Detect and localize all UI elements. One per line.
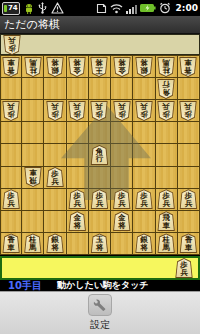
board-cell-r3c5[interactable]: 歩兵 <box>89 100 111 122</box>
board-cell-r2c8[interactable]: 角行 <box>156 78 178 100</box>
board-cell-r6c7[interactable] <box>133 167 155 189</box>
board-cell-r8c6[interactable]: 金将 <box>111 211 133 233</box>
board-cell-r5c1[interactable] <box>0 144 22 166</box>
piece-kanji: 車 <box>162 222 170 230</box>
status-bar-right: 2:00 <box>96 2 200 14</box>
piece-kanji: 兵 <box>74 200 82 208</box>
board-cell-r5c3[interactable] <box>44 144 66 166</box>
shogi-piece-歩兵-gote[interactable]: 歩兵 <box>135 101 153 121</box>
shogi-board[interactable]: 香車桂馬銀将金将王将金将銀将桂馬香車角行歩兵歩兵歩兵歩兵歩兵歩兵歩兵歩兵角行飛車… <box>0 55 200 255</box>
board-cell-r7c6[interactable]: 歩兵 <box>111 189 133 211</box>
board-cell-r2c4[interactable] <box>67 78 89 100</box>
piece-face: 歩兵 <box>91 102 107 120</box>
piece-face: 角行 <box>91 146 107 164</box>
piece-face: 桂馬 <box>25 234 41 252</box>
piece-kanji: 行 <box>162 81 170 89</box>
signal-icon <box>126 3 137 14</box>
board-cell-r5c5[interactable]: 角行 <box>89 144 111 166</box>
piece-kanji: 将 <box>74 59 82 67</box>
shogi-piece-玉将-sente[interactable]: 玉将 <box>90 233 108 253</box>
piece-kanji: 金 <box>74 66 82 74</box>
piece-kanji: 将 <box>74 222 82 230</box>
piece-kanji: 将 <box>96 59 104 67</box>
warning-icon <box>51 2 64 14</box>
board-cell-r4c1[interactable] <box>0 122 22 144</box>
shogi-piece-歩兵-gote[interactable]: 歩兵 <box>46 101 64 121</box>
board-cell-r1c4[interactable]: 金将 <box>67 56 89 78</box>
piece-kanji: 歩 <box>8 44 16 52</box>
board-cell-r2c7[interactable] <box>133 78 155 100</box>
board-cell-r7c5[interactable]: 歩兵 <box>89 189 111 211</box>
piece-face: 歩兵 <box>114 190 130 208</box>
shogi-piece-歩兵-sente[interactable]: 歩兵 <box>175 258 193 278</box>
piece-face: 銀将 <box>136 58 152 76</box>
piece-kanji: 馬 <box>29 244 37 252</box>
piece-kanji: 香 <box>185 66 193 74</box>
piece-kanji: 歩 <box>140 110 148 118</box>
settings-button[interactable]: 設定 <box>88 294 112 332</box>
board-cell-r1c9[interactable]: 香車 <box>178 56 200 78</box>
shogi-piece-歩兵-sente[interactable]: 歩兵 <box>157 189 175 209</box>
board-cell-r7c7[interactable]: 歩兵 <box>133 189 155 211</box>
piece-kanji: 歩 <box>74 110 82 118</box>
gote-captured-tray[interactable]: 歩兵 <box>0 34 200 55</box>
board-cell-r5c4[interactable] <box>67 144 89 166</box>
status-bar: 74 <box>0 0 200 16</box>
piece-face: 歩兵 <box>136 102 152 120</box>
piece-kanji: 歩 <box>185 110 193 118</box>
board-cell-r2c5[interactable] <box>89 78 111 100</box>
piece-kanji: 兵 <box>162 200 170 208</box>
board-cell-r5c6[interactable] <box>111 144 133 166</box>
piece-face: 金将 <box>114 212 130 230</box>
board-cell-r8c8[interactable]: 飛車 <box>156 211 178 233</box>
clock-text: 2:00 <box>176 3 198 13</box>
piece-face: 歩兵 <box>180 102 196 120</box>
piece-kanji: 将 <box>140 59 148 67</box>
alarm-icon <box>159 2 171 14</box>
piece-kanji: 将 <box>118 222 126 230</box>
shogi-piece-香車-gote[interactable]: 香車 <box>179 57 197 77</box>
board-cell-r9c6[interactable] <box>111 233 133 255</box>
board-cell-r7c3[interactable] <box>44 189 66 211</box>
piece-kanji: 将 <box>51 59 59 67</box>
board-cell-r6c3[interactable]: 歩兵 <box>44 167 66 189</box>
shogi-piece-香車-sente[interactable]: 香車 <box>179 233 197 253</box>
piece-face: 歩兵 <box>136 190 152 208</box>
shogi-piece-歩兵-gote[interactable]: 歩兵 <box>68 101 86 121</box>
board-cell-r9c4[interactable] <box>67 233 89 255</box>
board-cell-r1c8[interactable]: 桂馬 <box>156 56 178 78</box>
piece-kanji: 兵 <box>8 37 16 45</box>
board-cell-r3c4[interactable]: 歩兵 <box>67 100 89 122</box>
message-bar: 10手目 動かしたい駒をタッチ <box>0 280 200 291</box>
shogi-piece-金将-gote[interactable]: 金将 <box>68 57 86 77</box>
piece-face: 飛車 <box>158 212 174 230</box>
piece-kanji: 兵 <box>51 103 59 111</box>
board-cell-r9c1[interactable]: 香車 <box>0 233 22 255</box>
shogi-piece-銀将-sente[interactable]: 銀将 <box>135 233 153 253</box>
piece-kanji: 兵 <box>140 200 148 208</box>
piece-face: 歩兵 <box>3 190 19 208</box>
shogi-piece-銀将-sente[interactable]: 銀将 <box>46 233 64 253</box>
piece-kanji: 桂 <box>29 66 37 74</box>
piece-kanji: 車 <box>7 59 15 67</box>
shogi-piece-桂馬-gote[interactable]: 桂馬 <box>157 57 175 77</box>
shogi-piece-金将-gote[interactable]: 金将 <box>113 57 131 77</box>
piece-face: 歩兵 <box>91 190 107 208</box>
shogi-piece-歩兵-sente[interactable]: 歩兵 <box>135 189 153 209</box>
piece-face: 香車 <box>180 234 196 252</box>
notification-icon <box>96 3 107 14</box>
wrench-icon <box>88 294 112 316</box>
board-cell-r6c6[interactable] <box>111 167 133 189</box>
shogi-piece-歩兵-sente[interactable]: 歩兵 <box>68 189 86 209</box>
board-cell-r4c8[interactable] <box>156 122 178 144</box>
piece-kanji: 香 <box>7 66 15 74</box>
battery-level-widget: 74 <box>2 2 20 15</box>
piece-kanji: 兵 <box>118 103 126 111</box>
title-bar: ただの将棋 <box>0 16 200 34</box>
piece-kanji: 兵 <box>185 200 193 208</box>
piece-face: 角行 <box>158 80 174 98</box>
board-cell-r6c1[interactable] <box>0 167 22 189</box>
piece-face: 歩兵 <box>69 190 85 208</box>
piece-kanji: 馬 <box>162 244 170 252</box>
board-cell-r3c1[interactable]: 歩兵 <box>0 100 22 122</box>
board-cell-r1c1[interactable]: 香車 <box>0 56 22 78</box>
piece-kanji: 車 <box>185 244 193 252</box>
board-cell-r8c5[interactable] <box>89 211 111 233</box>
shogi-piece-銀将-gote[interactable]: 銀将 <box>135 57 153 77</box>
move-prompt: 動かしたい駒をタッチ <box>57 280 149 291</box>
shogi-piece-金将-sente[interactable]: 金将 <box>113 211 131 231</box>
piece-kanji: 車 <box>7 244 15 252</box>
board-cell-r8c4[interactable]: 金将 <box>67 211 89 233</box>
piece-kanji: 行 <box>96 155 104 163</box>
board-cell-r4c4[interactable] <box>67 122 89 144</box>
board-cell-r6c4[interactable] <box>67 167 89 189</box>
board-cell-r9c5[interactable]: 玉将 <box>89 233 111 255</box>
piece-face: 桂馬 <box>158 58 174 76</box>
shogi-piece-金将-sente[interactable]: 金将 <box>68 211 86 231</box>
piece-kanji: 馬 <box>162 59 170 67</box>
shogi-piece-香車-sente[interactable]: 香車 <box>2 233 20 253</box>
piece-kanji: 銀 <box>140 66 148 74</box>
piece-face: 歩兵 <box>180 190 196 208</box>
board-cell-r1c3[interactable]: 銀将 <box>44 56 66 78</box>
battery-percent-text: 74 <box>8 5 18 12</box>
piece-kanji: 桂 <box>162 66 170 74</box>
board-cell-r8c9[interactable] <box>178 211 200 233</box>
board-cell-r7c4[interactable]: 歩兵 <box>67 189 89 211</box>
board-cell-r5c2[interactable] <box>22 144 44 166</box>
board-cell-r4c2[interactable] <box>22 122 44 144</box>
phone-screen: 74 <box>0 0 200 334</box>
shogi-piece-桂馬-sente[interactable]: 桂馬 <box>157 233 175 253</box>
board-cell-r1c2[interactable]: 桂馬 <box>22 56 44 78</box>
board-cell-r1c6[interactable]: 金将 <box>111 56 133 78</box>
board-cell-r8c7[interactable] <box>133 211 155 233</box>
shogi-piece-飛車-sente[interactable]: 飛車 <box>157 211 175 231</box>
board-cell-r2c1[interactable] <box>0 78 22 100</box>
piece-face: 歩兵 <box>3 102 19 120</box>
wifi-icon <box>110 3 123 14</box>
piece-face: 香車 <box>180 58 196 76</box>
piece-face: 銀将 <box>136 234 152 252</box>
board-cell-r2c9[interactable] <box>178 78 200 100</box>
piece-kanji: 王 <box>96 66 104 74</box>
board-cell-r4c9[interactable] <box>178 122 200 144</box>
board-cell-r3c7[interactable]: 歩兵 <box>133 100 155 122</box>
board-cell-r6c5[interactable] <box>89 167 111 189</box>
piece-kanji: 金 <box>118 66 126 74</box>
board-cell-r9c7[interactable]: 銀将 <box>133 233 155 255</box>
piece-kanji: 兵 <box>140 103 148 111</box>
board-cell-r7c1[interactable]: 歩兵 <box>0 189 22 211</box>
piece-face: 銀将 <box>47 234 63 252</box>
piece-face: 歩兵 <box>158 102 174 120</box>
piece-kanji: 兵 <box>51 178 59 186</box>
board-cell-r5c7[interactable] <box>133 144 155 166</box>
bottom-toolbar: 設定 <box>0 291 200 334</box>
piece-face: 飛車 <box>25 168 41 186</box>
board-cell-r3c6[interactable]: 歩兵 <box>111 100 133 122</box>
shogi-piece-歩兵-sente[interactable]: 歩兵 <box>113 189 131 209</box>
piece-kanji: 兵 <box>118 200 126 208</box>
piece-kanji: 角 <box>162 88 170 96</box>
board-cell-r7c8[interactable]: 歩兵 <box>156 189 178 211</box>
piece-face: 桂馬 <box>158 234 174 252</box>
board-cell-r6c2[interactable]: 飛車 <box>22 167 44 189</box>
piece-kanji: 兵 <box>96 200 104 208</box>
board-cell-r4c3[interactable] <box>44 122 66 144</box>
piece-face: 歩兵 <box>4 36 20 54</box>
sente-captured-tray[interactable]: 歩兵 <box>0 256 200 280</box>
piece-face: 歩兵 <box>158 190 174 208</box>
app-title: ただの将棋 <box>0 17 60 32</box>
board-cell-r9c3[interactable]: 銀将 <box>44 233 66 255</box>
piece-face: 香車 <box>3 234 19 252</box>
shogi-piece-歩兵-sente[interactable]: 歩兵 <box>2 189 20 209</box>
piece-kanji: 車 <box>29 169 37 177</box>
shogi-piece-歩兵-sente[interactable]: 歩兵 <box>179 189 197 209</box>
shogi-piece-角行-gote[interactable]: 角行 <box>157 79 175 99</box>
piece-kanji: 兵 <box>74 103 82 111</box>
piece-kanji: 兵 <box>162 103 170 111</box>
move-counter: 10手目 <box>8 280 42 291</box>
piece-kanji: 歩 <box>96 110 104 118</box>
piece-face: 金将 <box>69 58 85 76</box>
board-cell-r9c2[interactable]: 桂馬 <box>22 233 44 255</box>
piece-face: 香車 <box>3 58 19 76</box>
board-cell-r3c2[interactable] <box>22 100 44 122</box>
piece-kanji: 歩 <box>51 110 59 118</box>
piece-kanji: 将 <box>96 244 104 252</box>
shogi-piece-香車-gote[interactable]: 香車 <box>2 57 20 77</box>
piece-face: 金将 <box>69 212 85 230</box>
piece-face: 歩兵 <box>176 259 192 277</box>
android-icon <box>24 3 34 14</box>
board-cell-r5c8[interactable] <box>156 144 178 166</box>
board-cell-r4c6[interactable] <box>111 122 133 144</box>
piece-kanji: 兵 <box>7 200 15 208</box>
board-cell-r3c9[interactable]: 歩兵 <box>178 100 200 122</box>
piece-kanji: 銀 <box>51 66 59 74</box>
board-cell-r8c2[interactable] <box>22 211 44 233</box>
piece-kanji: 兵 <box>185 103 193 111</box>
shogi-piece-歩兵-sente[interactable]: 歩兵 <box>90 189 108 209</box>
piece-face: 歩兵 <box>69 102 85 120</box>
board-cell-r9c8[interactable]: 桂馬 <box>156 233 178 255</box>
board-cell-r8c1[interactable] <box>0 211 22 233</box>
shogi-piece-飛車-gote[interactable]: 飛車 <box>24 167 42 187</box>
board-cell-r1c5[interactable]: 王将 <box>89 56 111 78</box>
piece-kanji: 飛 <box>29 177 37 185</box>
piece-face: 王将 <box>91 58 107 76</box>
piece-kanji: 兵 <box>7 103 15 111</box>
board-cell-r9c9[interactable]: 香車 <box>178 233 200 255</box>
piece-kanji: 歩 <box>7 110 15 118</box>
piece-kanji: 将 <box>140 244 148 252</box>
shogi-piece-歩兵-gote[interactable]: 歩兵 <box>90 101 108 121</box>
piece-face: 金将 <box>114 58 130 76</box>
battery-icon <box>140 3 156 13</box>
shogi-piece-歩兵-gote[interactable]: 歩兵 <box>2 101 20 121</box>
usb-icon <box>38 2 47 14</box>
board-cell-r3c8[interactable]: 歩兵 <box>156 100 178 122</box>
board-cell-r2c2[interactable] <box>22 78 44 100</box>
piece-kanji: 車 <box>185 59 193 67</box>
piece-kanji: 兵 <box>180 269 188 277</box>
shogi-piece-桂馬-gote[interactable]: 桂馬 <box>24 57 42 77</box>
shogi-piece-桂馬-sente[interactable]: 桂馬 <box>24 233 42 253</box>
board-cell-r7c9[interactable]: 歩兵 <box>178 189 200 211</box>
piece-kanji: 歩 <box>118 110 126 118</box>
settings-label: 設定 <box>90 318 110 332</box>
board-cell-r4c5[interactable] <box>89 122 111 144</box>
board-cell-r7c2[interactable] <box>22 189 44 211</box>
board-cell-r2c6[interactable] <box>111 78 133 100</box>
piece-face: 玉将 <box>91 234 107 252</box>
shogi-piece-歩兵-gote[interactable]: 歩兵 <box>3 35 21 55</box>
piece-face: 歩兵 <box>47 168 63 186</box>
piece-face: 銀将 <box>47 58 63 76</box>
board-cell-r1c7[interactable]: 銀将 <box>133 56 155 78</box>
status-bar-left: 74 <box>0 2 64 15</box>
shogi-piece-歩兵-sente[interactable]: 歩兵 <box>46 167 64 187</box>
piece-kanji: 歩 <box>162 110 170 118</box>
board-cell-r6c8[interactable] <box>156 167 178 189</box>
board-cell-r2c3[interactable] <box>44 78 66 100</box>
battery-level-fill <box>4 5 7 12</box>
shogi-piece-王将-gote[interactable]: 王将 <box>90 57 108 77</box>
piece-face: 歩兵 <box>47 102 63 120</box>
shogi-piece-歩兵-gote[interactable]: 歩兵 <box>157 101 175 121</box>
board-cell-r5c9[interactable] <box>178 144 200 166</box>
shogi-piece-歩兵-gote[interactable]: 歩兵 <box>179 101 197 121</box>
shogi-piece-歩兵-gote[interactable]: 歩兵 <box>113 101 131 121</box>
piece-kanji: 兵 <box>96 103 104 111</box>
shogi-piece-角行-sente[interactable]: 角行 <box>90 145 108 165</box>
board-cell-r3c3[interactable]: 歩兵 <box>44 100 66 122</box>
piece-face: 歩兵 <box>114 102 130 120</box>
piece-kanji: 将 <box>118 59 126 67</box>
board-cell-r6c9[interactable] <box>178 167 200 189</box>
piece-kanji: 馬 <box>29 59 37 67</box>
board-cell-r8c3[interactable] <box>44 211 66 233</box>
board-cell-r4c7[interactable] <box>133 122 155 144</box>
piece-kanji: 将 <box>51 244 59 252</box>
shogi-piece-銀将-gote[interactable]: 銀将 <box>46 57 64 77</box>
piece-face: 桂馬 <box>25 58 41 76</box>
